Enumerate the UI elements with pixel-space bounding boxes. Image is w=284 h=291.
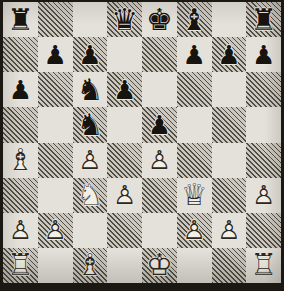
square-f6 bbox=[177, 72, 212, 107]
square-e7 bbox=[142, 37, 177, 72]
square-b1 bbox=[38, 248, 73, 283]
square-c7: ♟ bbox=[73, 37, 108, 72]
square-g6 bbox=[212, 72, 247, 107]
square-c1: ♝♗ bbox=[73, 248, 108, 283]
square-c5: ♞ bbox=[73, 107, 108, 142]
square-a7 bbox=[3, 37, 38, 72]
square-a8: ♜ bbox=[3, 2, 38, 37]
square-d6: ♟ bbox=[107, 72, 142, 107]
square-f3: ♛♕ bbox=[177, 178, 212, 213]
white-rook-icon: ♜♖ bbox=[246, 248, 281, 283]
square-d3: ♟♙ bbox=[107, 178, 142, 213]
square-a4: ♝♗ bbox=[3, 143, 38, 178]
black-pawn-icon: ♟ bbox=[212, 37, 247, 72]
white-pawn-icon: ♟♙ bbox=[177, 213, 212, 248]
square-e2 bbox=[142, 213, 177, 248]
black-king-icon: ♚ bbox=[142, 2, 177, 37]
white-pawn-icon: ♟♙ bbox=[73, 143, 108, 178]
square-a3 bbox=[3, 178, 38, 213]
square-h6 bbox=[246, 72, 281, 107]
black-pawn-icon: ♟ bbox=[107, 72, 142, 107]
square-g5 bbox=[212, 107, 247, 142]
square-c6: ♞ bbox=[73, 72, 108, 107]
chessboard: ♜♛♚♝♜♟♟♟♟♟♟♞♟♞♟♝♗♟♙♟♙♞♘♟♙♛♕♟♙♟♙♟♙♟♙♟♙♜♖♝… bbox=[3, 2, 281, 283]
square-e6 bbox=[142, 72, 177, 107]
square-g3 bbox=[212, 178, 247, 213]
black-bishop-icon: ♝ bbox=[177, 2, 212, 37]
square-e4: ♟♙ bbox=[142, 143, 177, 178]
black-pawn-icon: ♟ bbox=[73, 37, 108, 72]
square-d2 bbox=[107, 213, 142, 248]
black-pawn-icon: ♟ bbox=[246, 37, 281, 72]
square-c3: ♞♘ bbox=[73, 178, 108, 213]
black-pawn-icon: ♟ bbox=[38, 37, 73, 72]
square-g2: ♟♙ bbox=[212, 213, 247, 248]
square-d1 bbox=[107, 248, 142, 283]
black-pawn-icon: ♟ bbox=[177, 37, 212, 72]
square-c4: ♟♙ bbox=[73, 143, 108, 178]
square-h2 bbox=[246, 213, 281, 248]
square-d8: ♛ bbox=[107, 2, 142, 37]
white-pawn-icon: ♟♙ bbox=[142, 143, 177, 178]
square-e1: ♚♔ bbox=[142, 248, 177, 283]
square-e8: ♚ bbox=[142, 2, 177, 37]
square-d7 bbox=[107, 37, 142, 72]
black-rook-icon: ♜ bbox=[3, 2, 38, 37]
square-h5 bbox=[246, 107, 281, 142]
white-queen-icon: ♛♕ bbox=[177, 178, 212, 213]
square-g1 bbox=[212, 248, 247, 283]
square-g7: ♟ bbox=[212, 37, 247, 72]
square-b8 bbox=[38, 2, 73, 37]
white-knight-icon: ♞♘ bbox=[73, 178, 108, 213]
black-rook-icon: ♜ bbox=[246, 2, 281, 37]
square-a2: ♟♙ bbox=[3, 213, 38, 248]
white-pawn-icon: ♟♙ bbox=[3, 213, 38, 248]
square-f5 bbox=[177, 107, 212, 142]
black-knight-icon: ♞ bbox=[73, 107, 108, 142]
white-pawn-icon: ♟♙ bbox=[246, 178, 281, 213]
white-king-icon: ♚♔ bbox=[142, 248, 177, 283]
white-rook-icon: ♜♖ bbox=[3, 248, 38, 283]
square-h4 bbox=[246, 143, 281, 178]
square-c2 bbox=[73, 213, 108, 248]
square-g4 bbox=[212, 143, 247, 178]
square-f2: ♟♙ bbox=[177, 213, 212, 248]
square-b7: ♟ bbox=[38, 37, 73, 72]
white-pawn-icon: ♟♙ bbox=[212, 213, 247, 248]
square-b6 bbox=[38, 72, 73, 107]
scanned-chess-diagram: ♜♛♚♝♜♟♟♟♟♟♟♞♟♞♟♝♗♟♙♟♙♞♘♟♙♛♕♟♙♟♙♟♙♟♙♟♙♜♖♝… bbox=[0, 0, 284, 291]
square-f1 bbox=[177, 248, 212, 283]
white-bishop-icon: ♝♗ bbox=[3, 143, 38, 178]
black-pawn-icon: ♟ bbox=[142, 107, 177, 142]
white-pawn-icon: ♟♙ bbox=[38, 213, 73, 248]
square-a1: ♜♖ bbox=[3, 248, 38, 283]
square-b2: ♟♙ bbox=[38, 213, 73, 248]
square-f8: ♝ bbox=[177, 2, 212, 37]
square-d5 bbox=[107, 107, 142, 142]
square-b5 bbox=[38, 107, 73, 142]
square-g8 bbox=[212, 2, 247, 37]
square-h8: ♜ bbox=[246, 2, 281, 37]
square-f4 bbox=[177, 143, 212, 178]
square-e3 bbox=[142, 178, 177, 213]
square-b4 bbox=[38, 143, 73, 178]
square-c8 bbox=[73, 2, 108, 37]
square-h3: ♟♙ bbox=[246, 178, 281, 213]
square-a5 bbox=[3, 107, 38, 142]
square-h1: ♜♖ bbox=[246, 248, 281, 283]
square-e5: ♟ bbox=[142, 107, 177, 142]
square-h7: ♟ bbox=[246, 37, 281, 72]
black-queen-icon: ♛ bbox=[107, 2, 142, 37]
white-bishop-icon: ♝♗ bbox=[73, 248, 108, 283]
square-a6: ♟ bbox=[3, 72, 38, 107]
white-pawn-icon: ♟♙ bbox=[107, 178, 142, 213]
square-b3 bbox=[38, 178, 73, 213]
square-d4 bbox=[107, 143, 142, 178]
square-f7: ♟ bbox=[177, 37, 212, 72]
black-knight-icon: ♞ bbox=[73, 72, 108, 107]
black-pawn-icon: ♟ bbox=[3, 72, 38, 107]
